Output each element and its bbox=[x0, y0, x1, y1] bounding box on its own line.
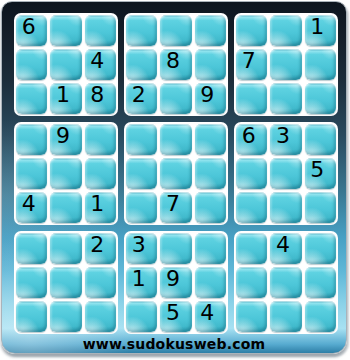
given-digit: 1 bbox=[310, 16, 324, 38]
cell-r3c7[interactable] bbox=[236, 83, 267, 114]
cell-r3c6[interactable]: 9 bbox=[195, 83, 226, 114]
sudoku-screen: 64188291794176352319544 www.sudokusweb.c… bbox=[0, 0, 350, 360]
given-digit: 5 bbox=[166, 302, 180, 324]
cell-r3c4[interactable]: 2 bbox=[126, 83, 157, 114]
cell-r8c6[interactable] bbox=[195, 267, 226, 298]
given-digit: 8 bbox=[166, 50, 180, 72]
given-digit: 4 bbox=[276, 234, 290, 256]
cell-r2c7[interactable]: 7 bbox=[236, 49, 267, 80]
given-digit: 4 bbox=[22, 193, 36, 215]
cell-r5c6[interactable] bbox=[195, 158, 226, 189]
given-digit: 4 bbox=[200, 302, 214, 324]
given-digit: 2 bbox=[132, 84, 146, 106]
cell-r8c4[interactable]: 1 bbox=[126, 267, 157, 298]
block-5: 7 bbox=[124, 122, 228, 225]
cell-r9c8[interactable] bbox=[270, 301, 301, 332]
block-1: 6418 bbox=[14, 13, 118, 116]
block-6: 635 bbox=[234, 122, 338, 225]
cell-r2c2[interactable] bbox=[50, 49, 81, 80]
given-digit: 8 bbox=[90, 84, 104, 106]
cell-r6c5[interactable]: 7 bbox=[160, 192, 191, 223]
cell-r1c2[interactable] bbox=[50, 15, 81, 46]
site-url[interactable]: www.sudokusweb.com bbox=[2, 336, 346, 352]
given-digit: 2 bbox=[90, 234, 104, 256]
given-digit: 5 bbox=[310, 159, 324, 181]
cell-r1c1[interactable]: 6 bbox=[16, 15, 47, 46]
cell-r7c1[interactable] bbox=[16, 233, 47, 264]
cell-r5c5[interactable] bbox=[160, 158, 191, 189]
given-digit: 9 bbox=[166, 268, 180, 290]
cell-r9c9[interactable] bbox=[305, 301, 336, 332]
blocks-grid: 64188291794176352319544 bbox=[14, 13, 338, 334]
cell-r9c6[interactable]: 4 bbox=[195, 301, 226, 332]
block-9: 4 bbox=[234, 231, 338, 334]
given-digit: 1 bbox=[90, 193, 104, 215]
given-digit: 1 bbox=[132, 268, 146, 290]
given-digit: 7 bbox=[166, 193, 180, 215]
cell-r3c1[interactable] bbox=[16, 83, 47, 114]
cell-r9c7[interactable] bbox=[236, 301, 267, 332]
cell-r6c6[interactable] bbox=[195, 192, 226, 223]
cell-r2c9[interactable] bbox=[305, 49, 336, 80]
block-3: 17 bbox=[234, 13, 338, 116]
cell-r8c5[interactable]: 9 bbox=[160, 267, 191, 298]
cell-r5c2[interactable] bbox=[50, 158, 81, 189]
cell-r4c4[interactable] bbox=[126, 124, 157, 155]
cell-r1c4[interactable] bbox=[126, 15, 157, 46]
cell-r4c5[interactable] bbox=[160, 124, 191, 155]
cell-r6c2[interactable] bbox=[50, 192, 81, 223]
cell-r5c8[interactable] bbox=[270, 158, 301, 189]
cell-r5c1[interactable] bbox=[16, 158, 47, 189]
cell-r6c7[interactable] bbox=[236, 192, 267, 223]
cell-r1c5[interactable] bbox=[160, 15, 191, 46]
cell-r9c3[interactable] bbox=[85, 301, 116, 332]
cell-r7c9[interactable] bbox=[305, 233, 336, 264]
cell-r1c7[interactable] bbox=[236, 15, 267, 46]
cell-r1c8[interactable] bbox=[270, 15, 301, 46]
cell-r3c9[interactable] bbox=[305, 83, 336, 114]
cell-r2c4[interactable] bbox=[126, 49, 157, 80]
cell-r5c9[interactable]: 5 bbox=[305, 158, 336, 189]
block-7: 2 bbox=[14, 231, 118, 334]
given-digit: 3 bbox=[276, 125, 290, 147]
cell-r4c6[interactable] bbox=[195, 124, 226, 155]
cell-r6c3[interactable]: 1 bbox=[85, 192, 116, 223]
cell-r5c3[interactable] bbox=[85, 158, 116, 189]
sudoku-board: 64188291794176352319544 www.sudokusweb.c… bbox=[1, 1, 347, 354]
cell-r8c1[interactable] bbox=[16, 267, 47, 298]
given-digit: 9 bbox=[56, 125, 70, 147]
block-8: 31954 bbox=[124, 231, 228, 334]
cell-r9c4[interactable] bbox=[126, 301, 157, 332]
cell-r6c8[interactable] bbox=[270, 192, 301, 223]
cell-r8c7[interactable] bbox=[236, 267, 267, 298]
given-digit: 6 bbox=[242, 125, 256, 147]
given-digit: 4 bbox=[90, 50, 104, 72]
cell-r2c1[interactable] bbox=[16, 49, 47, 80]
cell-r3c3[interactable]: 8 bbox=[85, 83, 116, 114]
cell-r3c5[interactable] bbox=[160, 83, 191, 114]
cell-r7c4[interactable]: 3 bbox=[126, 233, 157, 264]
given-digit: 6 bbox=[22, 16, 36, 38]
cell-r6c1[interactable]: 4 bbox=[16, 192, 47, 223]
cell-r6c4[interactable] bbox=[126, 192, 157, 223]
cell-r4c3[interactable] bbox=[85, 124, 116, 155]
cell-r7c5[interactable] bbox=[160, 233, 191, 264]
given-digit: 3 bbox=[132, 234, 146, 256]
block-4: 941 bbox=[14, 122, 118, 225]
cell-r9c5[interactable]: 5 bbox=[160, 301, 191, 332]
cell-r7c2[interactable] bbox=[50, 233, 81, 264]
cell-r7c7[interactable] bbox=[236, 233, 267, 264]
cell-r4c8[interactable]: 3 bbox=[270, 124, 301, 155]
cell-r6c9[interactable] bbox=[305, 192, 336, 223]
cell-r7c8[interactable]: 4 bbox=[270, 233, 301, 264]
cell-r3c2[interactable]: 1 bbox=[50, 83, 81, 114]
cell-r7c6[interactable] bbox=[195, 233, 226, 264]
cell-r8c9[interactable] bbox=[305, 267, 336, 298]
cell-r1c3[interactable] bbox=[85, 15, 116, 46]
cell-r9c2[interactable] bbox=[50, 301, 81, 332]
cell-r1c9[interactable]: 1 bbox=[305, 15, 336, 46]
cell-r4c9[interactable] bbox=[305, 124, 336, 155]
cell-r2c3[interactable]: 4 bbox=[85, 49, 116, 80]
given-digit: 9 bbox=[200, 84, 214, 106]
given-digit: 1 bbox=[56, 84, 70, 106]
cell-r8c2[interactable] bbox=[50, 267, 81, 298]
cell-r2c8[interactable] bbox=[270, 49, 301, 80]
block-2: 829 bbox=[124, 13, 228, 116]
cell-r3c8[interactable] bbox=[270, 83, 301, 114]
cell-r2c5[interactable]: 8 bbox=[160, 49, 191, 80]
cell-r9c1[interactable] bbox=[16, 301, 47, 332]
cell-r5c4[interactable] bbox=[126, 158, 157, 189]
cell-r5c7[interactable] bbox=[236, 158, 267, 189]
given-digit: 7 bbox=[242, 50, 256, 72]
cell-r8c8[interactable] bbox=[270, 267, 301, 298]
cell-r2c6[interactable] bbox=[195, 49, 226, 80]
cell-r4c1[interactable] bbox=[16, 124, 47, 155]
cell-r8c3[interactable] bbox=[85, 267, 116, 298]
cell-r4c7[interactable]: 6 bbox=[236, 124, 267, 155]
cell-r4c2[interactable]: 9 bbox=[50, 124, 81, 155]
cell-r7c3[interactable]: 2 bbox=[85, 233, 116, 264]
cell-r1c6[interactable] bbox=[195, 15, 226, 46]
